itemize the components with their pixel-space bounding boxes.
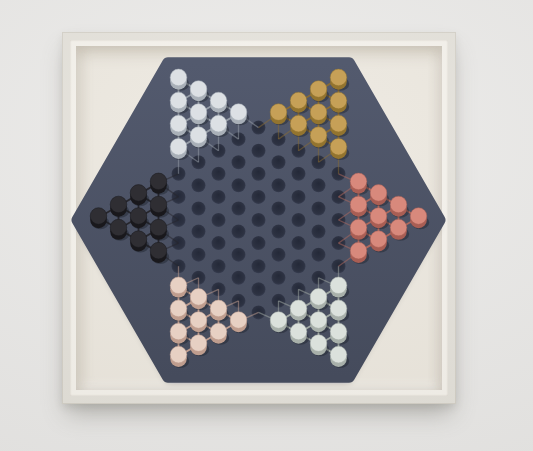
board-hole[interactable]: [212, 190, 226, 204]
board-hole[interactable]: [232, 225, 246, 239]
board-hole[interactable]: [272, 225, 286, 239]
board-hole[interactable]: [232, 271, 246, 285]
board-hole[interactable]: [292, 190, 306, 204]
board-hole[interactable]: [292, 236, 306, 250]
board-hole[interactable]: [312, 201, 326, 215]
board-hole[interactable]: [192, 248, 206, 262]
board-hole[interactable]: [272, 201, 286, 215]
board-hole[interactable]: [252, 190, 266, 204]
board-hole[interactable]: [212, 213, 226, 227]
board-hole[interactable]: [212, 236, 226, 250]
board-hole[interactable]: [232, 248, 246, 262]
board-hole[interactable]: [192, 201, 206, 215]
board-hole[interactable]: [272, 248, 286, 262]
board-hole[interactable]: [252, 259, 266, 273]
board-hole[interactable]: [232, 201, 246, 215]
board-hole[interactable]: [292, 213, 306, 227]
board-hole[interactable]: [232, 178, 246, 192]
chinese-checkers-board: [0, 0, 533, 451]
board-hole[interactable]: [252, 144, 266, 158]
board-hole[interactable]: [232, 155, 246, 169]
board-hole[interactable]: [292, 167, 306, 181]
board-hole[interactable]: [312, 178, 326, 192]
board-hole[interactable]: [252, 121, 266, 135]
scene: [0, 0, 533, 451]
board-hole[interactable]: [212, 167, 226, 181]
board-hole[interactable]: [252, 213, 266, 227]
board-hole[interactable]: [192, 225, 206, 239]
board-hole[interactable]: [252, 282, 266, 296]
board-hole[interactable]: [312, 225, 326, 239]
board-hole[interactable]: [192, 178, 206, 192]
board-hole[interactable]: [272, 155, 286, 169]
board-hole[interactable]: [272, 271, 286, 285]
board-hole[interactable]: [212, 259, 226, 273]
board-hole[interactable]: [272, 178, 286, 192]
board-hole[interactable]: [252, 236, 266, 250]
board-hole[interactable]: [252, 167, 266, 181]
board-hole[interactable]: [292, 259, 306, 273]
board-hole[interactable]: [312, 248, 326, 262]
